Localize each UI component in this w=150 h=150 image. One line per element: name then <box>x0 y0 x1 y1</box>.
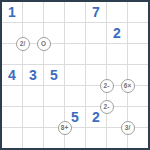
grid-cell[interactable] <box>65 23 85 43</box>
grid-cell[interactable] <box>107 44 127 64</box>
grid-cell[interactable] <box>23 128 43 148</box>
clue-circle: 6× <box>121 79 135 93</box>
grid-cell[interactable] <box>2 86 22 106</box>
grid-cell[interactable] <box>23 86 43 106</box>
grid-cell[interactable] <box>86 23 106 43</box>
grid-cell[interactable] <box>86 128 106 148</box>
grid-cell[interactable]: 4 <box>2 65 22 85</box>
clue-circle: 2- <box>100 100 114 114</box>
grid-cell[interactable] <box>44 2 64 22</box>
grid-cell[interactable] <box>86 44 106 64</box>
grid-cell[interactable]: 5 <box>44 65 64 85</box>
given-digit: 7 <box>92 5 100 19</box>
given-digit: 2 <box>113 26 121 40</box>
grid-cell[interactable]: 1 <box>2 2 22 22</box>
grid-cell[interactable] <box>128 2 148 22</box>
clue-circle: 8+ <box>58 121 72 135</box>
grid-cell[interactable] <box>107 2 127 22</box>
grid-cell[interactable] <box>2 128 22 148</box>
given-digit: 4 <box>8 68 16 82</box>
grid-cell[interactable]: 3 <box>23 65 43 85</box>
given-digit: 5 <box>50 68 58 82</box>
grid-cell[interactable] <box>2 107 22 127</box>
grid-cell[interactable]: 7 <box>86 2 106 22</box>
clue-circle: 2- <box>100 79 114 93</box>
clue-circle: O <box>37 37 51 51</box>
grid-cell[interactable] <box>23 107 43 127</box>
grid-cell[interactable] <box>65 44 85 64</box>
given-digit: 2 <box>92 110 100 124</box>
grid-cell[interactable] <box>65 2 85 22</box>
grid-cell[interactable] <box>44 86 64 106</box>
given-digit: 5 <box>71 110 79 124</box>
clue-circle: 3/ <box>121 121 135 135</box>
grid-cell[interactable] <box>23 2 43 22</box>
given-digit: 1 <box>8 5 16 19</box>
grid-cell[interactable] <box>128 44 148 64</box>
grid-cell[interactable] <box>65 65 85 85</box>
given-digit: 3 <box>29 68 37 82</box>
clue-circle: 2/ <box>16 37 30 51</box>
grid-cell[interactable] <box>128 23 148 43</box>
grid-cell[interactable] <box>65 86 85 106</box>
mathrax-board: 17243552 2/O2-6×2-8+3/ <box>0 0 150 150</box>
grid-cell[interactable]: 2 <box>107 23 127 43</box>
